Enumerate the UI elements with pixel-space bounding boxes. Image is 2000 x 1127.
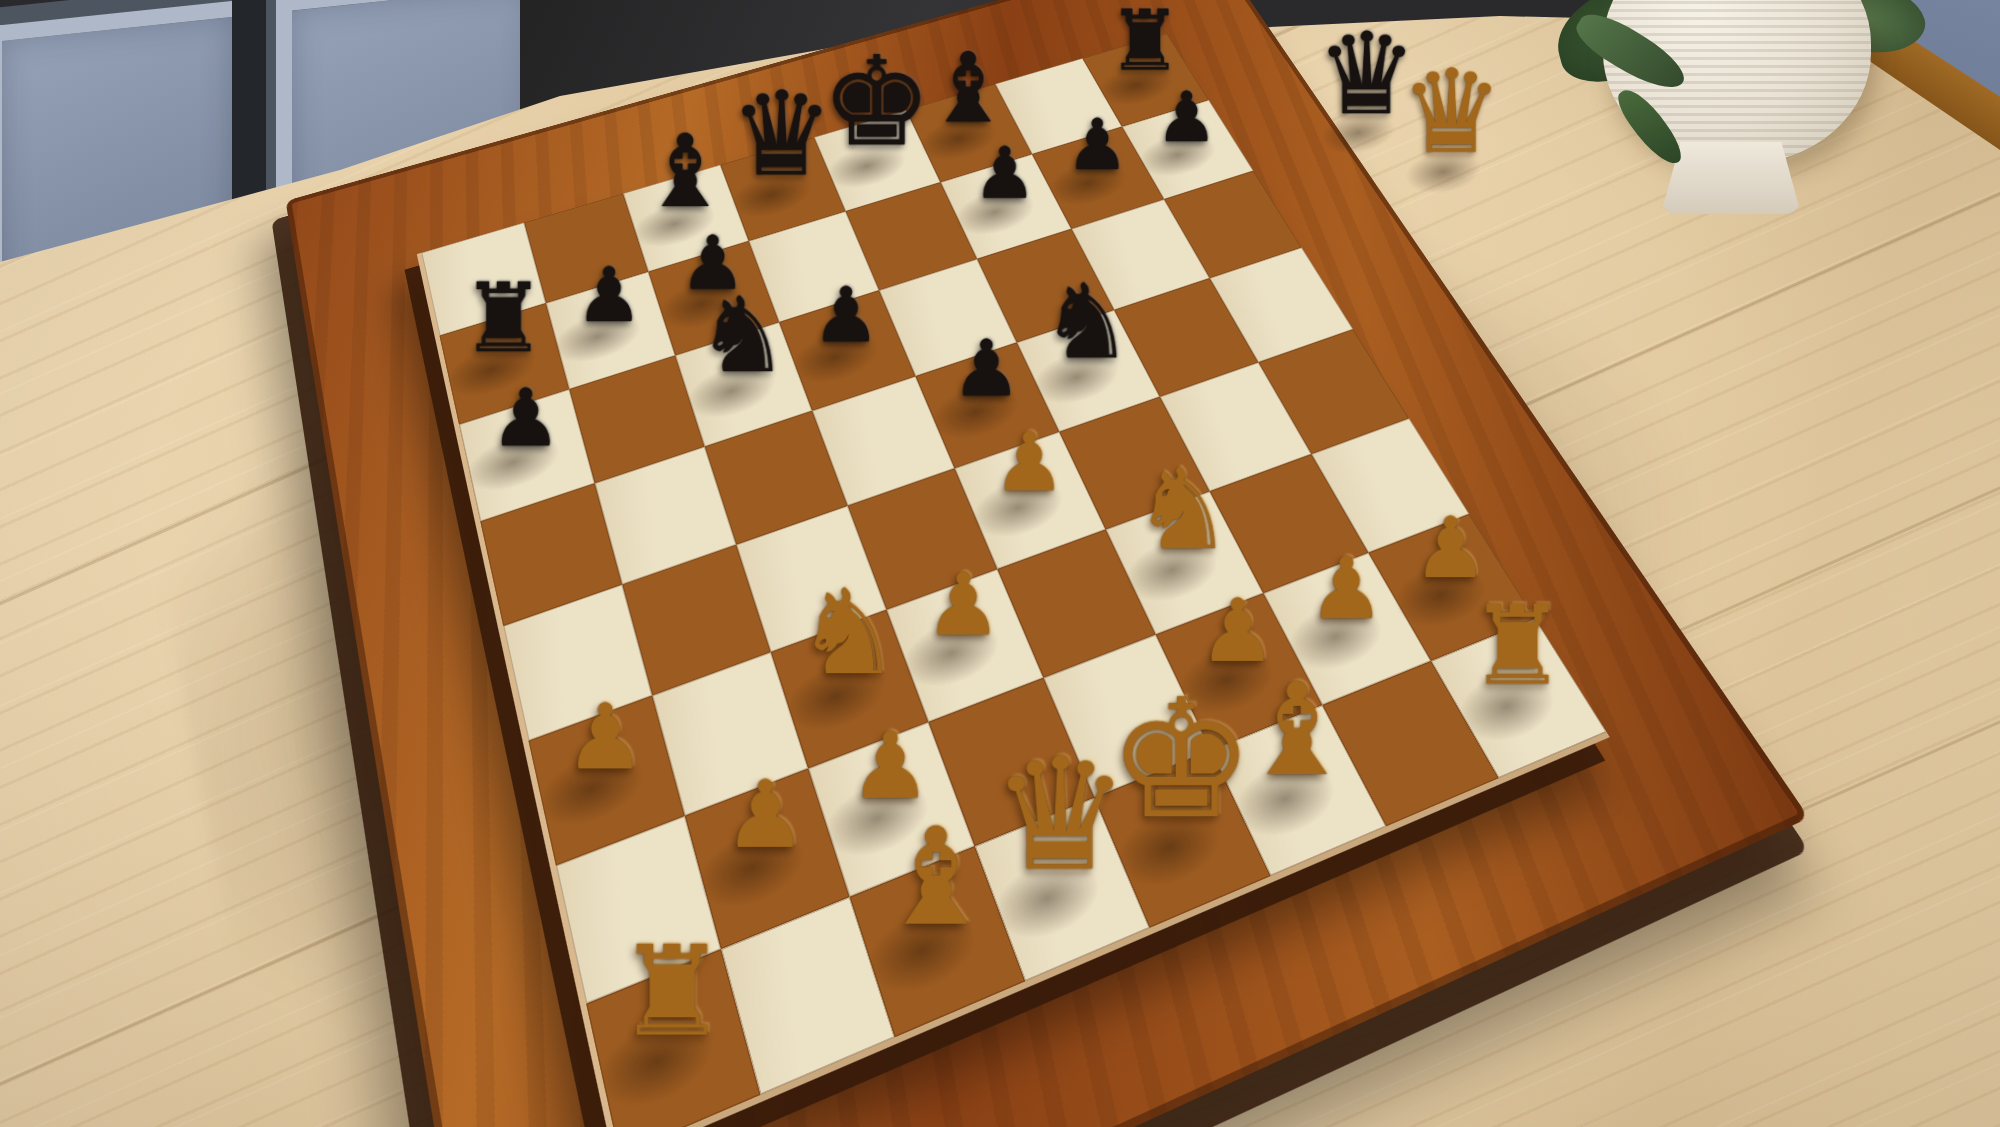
black-pawn-glyph: ♟ bbox=[576, 258, 643, 333]
photo-canvas: { "game": "chess", "scene": "staged disp… bbox=[0, 0, 2000, 1127]
black-queen-glyph: ♛ bbox=[730, 76, 834, 192]
black-bishop-glyph: ♝ bbox=[640, 121, 730, 221]
white-knight-glyph: ♞ bbox=[1133, 454, 1234, 566]
plant-pot bbox=[1565, 0, 1895, 232]
white-queen-glyph: ♛ bbox=[1400, 54, 1503, 169]
black-pawn-glyph: ♟ bbox=[812, 277, 880, 353]
black-rook-glyph: ♜ bbox=[1107, 0, 1182, 83]
chessboard[interactable]: ♝♛♚♝♜♜♟♟♟♟♟♟♞♟♟♞♟♟♞♟♞♟♟♟♟♟♜♝♛♚♝♜ bbox=[417, 33, 1610, 1127]
white-pawn-glyph: ♟ bbox=[1308, 546, 1384, 631]
black-pawn-glyph: ♟ bbox=[973, 138, 1037, 209]
white-queen-glyph: ♛ bbox=[991, 737, 1130, 892]
black-king-glyph: ♚ bbox=[821, 40, 932, 163]
white-bishop-glyph: ♝ bbox=[1240, 666, 1354, 793]
black-pawn-glyph: ♟ bbox=[1066, 110, 1129, 180]
white-pawn-glyph: ♟ bbox=[564, 693, 645, 783]
white-knight-glyph: ♞ bbox=[795, 574, 901, 692]
white-pawn-glyph: ♟ bbox=[724, 769, 807, 862]
white-pawn-glyph: ♟ bbox=[993, 422, 1066, 503]
black-knight-glyph: ♞ bbox=[1041, 270, 1134, 373]
planter-foot bbox=[1661, 142, 1801, 214]
white-rook-glyph: ♜ bbox=[1468, 592, 1566, 702]
square-a1[interactable]: ♜ bbox=[586, 949, 760, 1127]
white-bishop-glyph: ♝ bbox=[876, 810, 996, 944]
white-pawn-glyph: ♟ bbox=[925, 563, 1002, 649]
white-pawn-glyph: ♟ bbox=[1413, 506, 1488, 590]
white-rook-glyph: ♜ bbox=[616, 931, 728, 1055]
black-knight-glyph: ♞ bbox=[696, 283, 789, 387]
black-pawn-glyph: ♟ bbox=[490, 379, 561, 458]
black-pawn-glyph: ♟ bbox=[1156, 83, 1218, 152]
chessboard-scene: ♝♛♚♝♜♜♟♟♟♟♟♟♞♟♟♞♟♟♞♟♞♟♟♟♟♟♜♝♛♚♝♜ ♛♛ bbox=[370, 0, 1530, 1050]
black-pawn-glyph: ♟ bbox=[951, 331, 1021, 409]
black-bishop-glyph: ♝ bbox=[925, 40, 1011, 136]
black-rook-glyph: ♜ bbox=[460, 271, 546, 367]
